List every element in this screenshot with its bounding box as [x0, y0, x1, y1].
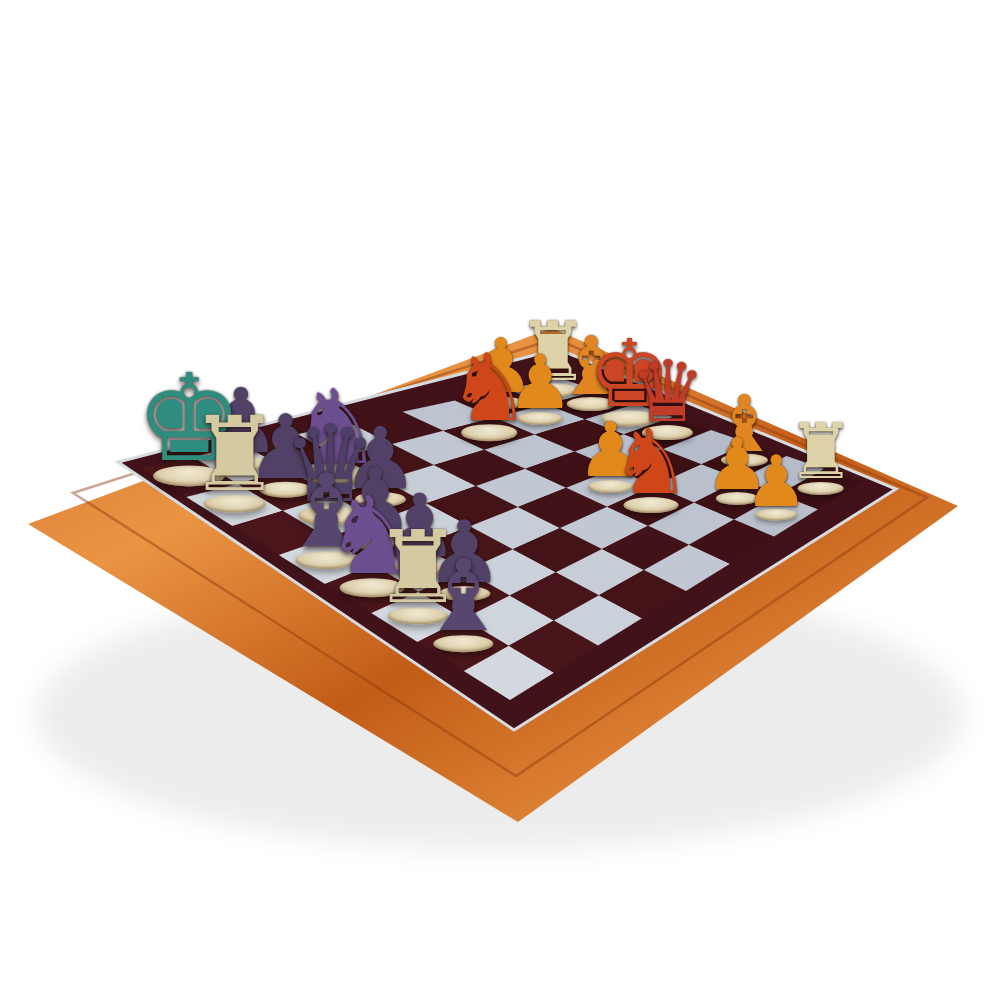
- black-pawn-glyph: ♟: [745, 447, 808, 514]
- piece-black-pawn-h7[interactable]: ♟: [745, 447, 808, 520]
- piece-white-bishop-g1[interactable]: ♝: [419, 550, 508, 653]
- black-knight-glyph: ♞: [448, 344, 532, 433]
- black-knight-glyph: ♞: [611, 419, 692, 505]
- white-rook-glyph: ♜: [189, 406, 281, 504]
- chess-board: [0, 0, 1000, 1000]
- piece-white-rook-b1[interactable]: ♜: [189, 406, 281, 513]
- piece-black-knight-f6[interactable]: ♞: [611, 419, 692, 512]
- white-bishop-glyph: ♝: [419, 550, 508, 645]
- chess-set-photo: ♜♝♚♛♝♜♟♟♟♟♞♞♟♚♜♝♞♜♝♟♟♛♟♟♟♞♟: [0, 0, 1000, 1000]
- piece-black-knight-b6[interactable]: ♞: [448, 344, 532, 441]
